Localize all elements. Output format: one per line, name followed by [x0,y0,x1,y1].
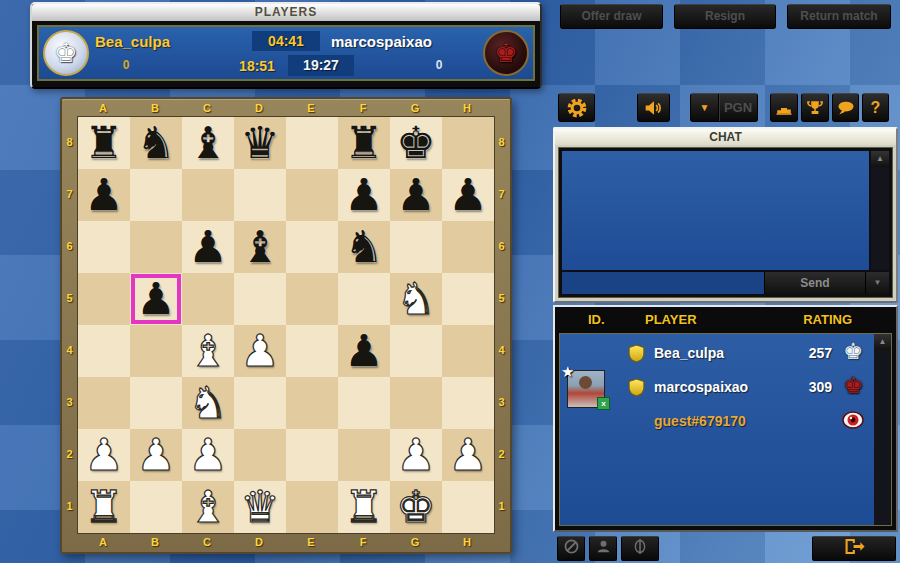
pgn-label: PGN [719,100,757,115]
file-label-f: F [337,99,389,116]
chat-input-row: Send ▼ [562,272,889,294]
square-c4[interactable]: ♝ [182,325,234,377]
rank-label-7: 7 [493,168,510,220]
chat-panel: CHAT ▲ Send ▼ [553,127,898,303]
square-h5[interactable] [442,273,494,325]
status-badge: x [597,397,610,410]
player-row-rating: 257 [809,345,832,361]
piece-wr-f1[interactable]: ♜ [338,481,390,533]
white-clock: 18:51 [229,56,285,76]
piece-bp-f4[interactable]: ♟ [338,325,390,377]
rank-label-5: 5 [62,272,77,324]
square-g2[interactable]: ♟ [390,429,442,481]
file-labels-bottom: ABCDEFGH [77,532,493,552]
rank-labels-left: 87654321 [62,116,77,532]
piece-bn-b8[interactable]: ♞ [130,117,182,169]
player-row-rating: 309 [809,379,832,395]
info-icon [631,538,649,559]
chat-scrollbar[interactable]: ▲ [871,151,889,270]
piece-wp-d4[interactable]: ♟ [234,325,286,377]
piece-bp-g7[interactable]: ♟ [390,169,442,221]
rank-label-8: 8 [493,116,510,168]
file-label-b: B [129,532,181,552]
square-g8[interactable]: ♚ [390,117,442,169]
rank-label-6: 6 [62,220,77,272]
player-row-name: marcospaixao [654,379,748,395]
piece-wp-b2[interactable]: ♟ [130,429,182,481]
trophy-button[interactable] [801,93,829,122]
square-c6[interactable]: ♟ [182,221,234,273]
avatar-head [579,376,592,389]
help-button[interactable]: ? [862,93,889,122]
player-list-scrollbar[interactable]: ▲ [874,334,891,525]
square-f8[interactable]: ♜ [338,117,390,169]
file-labels-top: ABCDEFGH [77,99,493,116]
square-d2[interactable] [234,429,286,481]
piece-wp-g2[interactable]: ♟ [390,429,442,481]
resign-button[interactable]: Resign [674,4,776,29]
speaker-icon [644,98,664,118]
return-match-button[interactable]: Return match [787,4,891,29]
chat-messages[interactable] [562,151,869,270]
piece-wr-a1[interactable]: ♜ [78,481,130,533]
rank-labels-right: 87654321 [493,116,510,532]
piece-bb-d6[interactable]: ♝ [234,221,286,273]
chat-input[interactable] [562,272,764,294]
settings-button[interactable] [558,93,595,122]
board-grid: ♜♞♝♛♜♚♟♟♟♟♟♝♞♟♞♝♟♟♞♟♟♟♟♟♜♝♛♜♚ [77,116,495,534]
chat-bubble-button[interactable] [832,93,859,122]
square-d7[interactable] [234,169,286,221]
speech-bubble-icon [837,99,855,117]
info-button[interactable] [621,536,659,561]
file-label-d: D [233,532,285,552]
file-label-h: H [441,532,493,552]
move-timer-box: 04:41 [252,31,320,51]
square-e2[interactable] [286,429,338,481]
piece-wn-g5[interactable]: ♞ [390,273,442,325]
square-a3[interactable] [78,377,130,429]
square-b6[interactable] [130,221,182,273]
square-h4[interactable] [442,325,494,377]
square-g3[interactable] [390,377,442,429]
square-f5[interactable] [338,273,390,325]
square-f4[interactable]: ♟ [338,325,390,377]
square-e7[interactable] [286,169,338,221]
rank-label-4: 4 [493,324,510,376]
square-g1[interactable]: ♚ [390,481,442,533]
square-c2[interactable]: ♟ [182,429,234,481]
file-label-e: E [285,532,337,552]
square-f7[interactable]: ♟ [338,169,390,221]
rank-label-3: 3 [493,376,510,428]
piece-bp-a7[interactable]: ♟ [78,169,130,221]
move-timer: 04:41 [252,31,320,51]
rating-column-header: RATING [803,307,852,332]
piece-wp-a2[interactable]: ♟ [78,429,130,481]
file-label-c: C [181,532,233,552]
square-e6[interactable] [286,221,338,273]
rank-label-6: 6 [493,220,510,272]
rank-label-1: 1 [62,480,77,532]
square-e5[interactable] [286,273,338,325]
square-h8[interactable] [442,117,494,169]
piece-bp-f7[interactable]: ♟ [338,169,390,221]
gear-icon [566,97,588,119]
app-window: PLAYERS ♚ Bea_culpa 0 04:41 18:51 19:27 … [0,0,900,563]
trophy-icon [806,99,824,117]
player-row-name: guest#679170 [654,413,746,429]
square-b1[interactable] [130,481,182,533]
square-g6[interactable] [390,221,442,273]
square-c1[interactable]: ♝ [182,481,234,533]
square-g7[interactable]: ♟ [390,169,442,221]
square-a8[interactable]: ♜ [78,117,130,169]
square-a2[interactable]: ♟ [78,429,130,481]
shield-icon [628,378,645,401]
black-clock-box: 19:27 [288,55,354,76]
avatar[interactable]: ★ x [567,370,605,408]
exit-icon [843,537,865,560]
spectator-eye-icon [840,407,866,433]
rank-label-2: 2 [62,428,77,480]
square-c5[interactable] [182,273,234,325]
player-list-header: ID. PLAYER RATING [555,307,896,332]
rank-label-5: 5 [493,272,510,324]
file-label-a: A [77,99,129,116]
square-d8[interactable]: ♛ [234,117,286,169]
file-label-g: G [389,99,441,116]
exit-button[interactable] [812,536,896,561]
chat-title: CHAT [555,129,896,145]
square-h1[interactable] [442,481,494,533]
scroll-down-icon[interactable]: ▼ [865,272,889,294]
white-player-icon: ♚ [43,30,89,76]
square-a1[interactable]: ♜ [78,481,130,533]
piece-bp-h7[interactable]: ♟ [442,169,494,221]
player-row-name: Bea_culpa [654,345,724,361]
scroll-up-icon[interactable]: ▲ [871,151,889,167]
file-label-d: D [233,99,285,116]
chevron-down-icon: ▼ [691,102,718,113]
white-player-score: 0 [111,58,141,72]
rank-label-4: 4 [62,324,77,376]
white-king-icon: ♚ [840,339,866,365]
square-a4[interactable] [78,325,130,377]
square-b7[interactable] [130,169,182,221]
square-e1[interactable] [286,481,338,533]
chat-inner: ▲ Send ▼ [558,147,893,298]
file-label-f: F [337,532,389,552]
id-column-header: ID. [588,307,605,332]
piece-bb-c8[interactable]: ♝ [182,117,234,169]
file-label-c: C [181,99,233,116]
square-d1[interactable]: ♛ [234,481,286,533]
black-player-score: 0 [424,58,454,72]
square-a7[interactable]: ♟ [78,169,130,221]
square-a6[interactable] [78,221,130,273]
piece-wb-c4[interactable]: ♝ [182,325,234,377]
player-list-body: Bea_culpa 257 ♚ marcospaixao 309 ♚ guest… [559,333,892,526]
sound-button[interactable] [637,93,670,122]
star-icon: ★ [561,363,574,381]
person-icon [595,538,612,559]
rank-label-7: 7 [62,168,77,220]
square-d6[interactable]: ♝ [234,221,286,273]
square-b8[interactable]: ♞ [130,117,182,169]
rank-label-1: 1 [493,480,510,532]
file-label-a: A [77,532,129,552]
players-panel-body: ♚ Bea_culpa 0 04:41 18:51 19:27 marcospa… [37,25,535,81]
square-c7[interactable] [182,169,234,221]
block-user-button[interactable] [557,536,585,561]
piece-br-f8[interactable]: ♜ [338,117,390,169]
block-icon [563,538,580,559]
piece-wn-c3[interactable]: ♞ [182,377,234,429]
black-king-icon: ♚ [840,373,866,399]
player-row-white[interactable]: Bea_culpa 257 ♚ [560,337,874,370]
file-label-e: E [285,99,337,116]
players-panel-title: PLAYERS [32,4,540,21]
player-column-header: PLAYER [645,307,697,332]
square-d5[interactable] [234,273,286,325]
square-f2[interactable] [338,429,390,481]
square-b2[interactable]: ♟ [130,429,182,481]
square-h3[interactable] [442,377,494,429]
square-b5[interactable]: ♟ [130,273,182,325]
chess-board: ABCDEFGH 87654321 ♜♞♝♛♜♚♟♟♟♟♟♝♞♟♞♝♟♟♞♟♟♟… [60,97,512,554]
square-c3[interactable]: ♞ [182,377,234,429]
rank-label-2: 2 [493,428,510,480]
piece-bp-b5[interactable]: ♟ [130,273,182,325]
piece-br-a8[interactable]: ♜ [78,117,130,169]
square-b3[interactable] [130,377,182,429]
black-clock: 19:27 [288,55,354,75]
players-panel: PLAYERS ♚ Bea_culpa 0 04:41 18:51 19:27 … [30,2,542,89]
square-h2[interactable]: ♟ [442,429,494,481]
square-a5[interactable] [78,273,130,325]
file-label-h: H [441,99,493,116]
piece-bp-c6[interactable]: ♟ [182,221,234,273]
file-label-b: B [129,99,181,116]
piece-wb-c1[interactable]: ♝ [182,481,234,533]
piece-wq-d1[interactable]: ♛ [234,481,286,533]
offer-draw-button[interactable]: Offer draw [560,4,663,29]
black-player-icon: ♚ [483,30,529,76]
square-e3[interactable] [286,377,338,429]
square-d4[interactable]: ♟ [234,325,286,377]
player-list-panel: ID. PLAYER RATING Bea_culpa 257 ♚ marcos… [553,305,898,532]
square-g4[interactable] [390,325,442,377]
square-b4[interactable] [130,325,182,377]
rank-label-3: 3 [62,376,77,428]
scroll-up-icon[interactable]: ▲ [874,334,891,350]
shield-icon [628,344,645,367]
square-f3[interactable] [338,377,390,429]
square-e4[interactable] [286,325,338,377]
pgn-dropdown[interactable]: ▼ PGN [690,93,758,122]
piece-bq-d8[interactable]: ♛ [234,117,286,169]
piece-bn-f6[interactable]: ♞ [338,221,390,273]
square-f1[interactable]: ♜ [338,481,390,533]
piece-wp-c2[interactable]: ♟ [182,429,234,481]
rankings-button[interactable] [770,93,798,122]
square-h6[interactable] [442,221,494,273]
file-label-g: G [389,532,441,552]
piece-wp-h2[interactable]: ♟ [442,429,494,481]
square-c8[interactable]: ♝ [182,117,234,169]
square-e8[interactable] [286,117,338,169]
podium-icon [775,99,793,117]
piece-bk-g8[interactable]: ♚ [390,117,442,169]
black-player-name: marcospaixao [331,33,432,50]
piece-wk-g1[interactable]: ♚ [390,481,442,533]
square-h7[interactable]: ♟ [442,169,494,221]
square-d3[interactable] [234,377,286,429]
rank-label-8: 8 [62,116,77,168]
square-g5[interactable]: ♞ [390,273,442,325]
square-f6[interactable]: ♞ [338,221,390,273]
send-button[interactable]: Send [764,272,865,294]
user-profile-button[interactable] [589,536,617,561]
white-player-name: Bea_culpa [95,33,170,50]
